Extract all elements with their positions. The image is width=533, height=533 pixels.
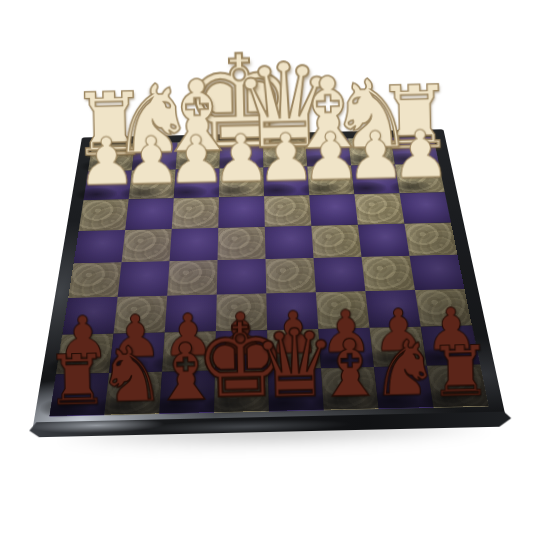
square-f3[interactable] xyxy=(172,197,219,228)
black-rook-h8[interactable]: ♜ xyxy=(45,346,109,413)
square-f5[interactable] xyxy=(167,260,217,296)
square-d3[interactable] xyxy=(264,195,311,226)
black-queen-d8[interactable]: ♛ xyxy=(252,318,338,409)
chess-board-grid: ♜♞♝♚♛♝♞♜♟♟♟♟♟♟♟♟♟♟♟♟♟♟♟♟♜♞♝♚♛♝♞♜ xyxy=(49,137,488,417)
square-h8[interactable]: ♜ xyxy=(49,373,109,416)
square-h5[interactable] xyxy=(68,262,121,298)
square-a3[interactable] xyxy=(400,192,451,223)
square-c5[interactable] xyxy=(314,257,366,292)
square-h3[interactable] xyxy=(79,199,129,231)
square-f4[interactable] xyxy=(170,228,219,261)
square-e5[interactable] xyxy=(217,259,267,295)
piece-holder: ♞ xyxy=(105,356,163,412)
square-d4[interactable] xyxy=(265,226,314,259)
square-g8[interactable]: ♞ xyxy=(104,372,162,415)
piece-holder: ♟ xyxy=(392,147,443,187)
square-g5[interactable] xyxy=(118,261,170,297)
square-c4[interactable] xyxy=(311,225,361,258)
square-b4[interactable] xyxy=(358,224,410,257)
chess-board-frame: ♜♞♝♚♛♝♞♜♟♟♟♟♟♟♟♟♟♟♟♟♟♟♟♟♜♞♝♚♛♝♞♜ xyxy=(33,129,506,428)
perspective-scene: ♜♞♝♚♛♝♞♜♟♟♟♟♟♟♟♟♟♟♟♟♟♟♟♟♜♞♝♚♛♝♞♜ xyxy=(56,49,475,468)
square-b8[interactable]: ♞ xyxy=(374,366,434,409)
square-a5[interactable] xyxy=(409,255,464,290)
square-g3[interactable] xyxy=(125,198,174,230)
board-tilt-wrapper: ♜♞♝♚♛♝♞♜♟♟♟♟♟♟♟♟♟♟♟♟♟♟♟♟♜♞♝♚♛♝♞♜ xyxy=(0,0,533,533)
square-g4[interactable] xyxy=(122,229,172,262)
white-pawn-a2[interactable]: ♟ xyxy=(390,123,450,186)
square-e4[interactable] xyxy=(218,227,266,260)
piece-holder: ♞ xyxy=(372,350,433,406)
piece-holder: ♛ xyxy=(267,341,323,409)
square-a8[interactable]: ♜ xyxy=(427,365,489,408)
square-a4[interactable] xyxy=(404,222,457,255)
square-d8[interactable]: ♛ xyxy=(268,368,324,411)
square-f8[interactable]: ♝ xyxy=(159,371,215,414)
square-e3[interactable] xyxy=(218,196,265,227)
square-c3[interactable] xyxy=(309,194,358,225)
piece-holder: ♜ xyxy=(425,353,488,404)
square-h4[interactable] xyxy=(74,230,126,264)
piece-holder: ♜ xyxy=(50,362,110,414)
square-b3[interactable] xyxy=(354,193,404,224)
black-rook-a8[interactable]: ♜ xyxy=(428,337,492,404)
piece-holder: ♝ xyxy=(159,353,215,411)
chess-set-photo: ♜♞♝♚♛♝♞♜♟♟♟♟♟♟♟♟♟♟♟♟♟♟♟♟♜♞♝♚♛♝♞♜ xyxy=(0,0,533,533)
square-b5[interactable] xyxy=(361,256,414,291)
square-a2[interactable]: ♟ xyxy=(395,164,445,194)
square-d5[interactable] xyxy=(266,258,316,294)
